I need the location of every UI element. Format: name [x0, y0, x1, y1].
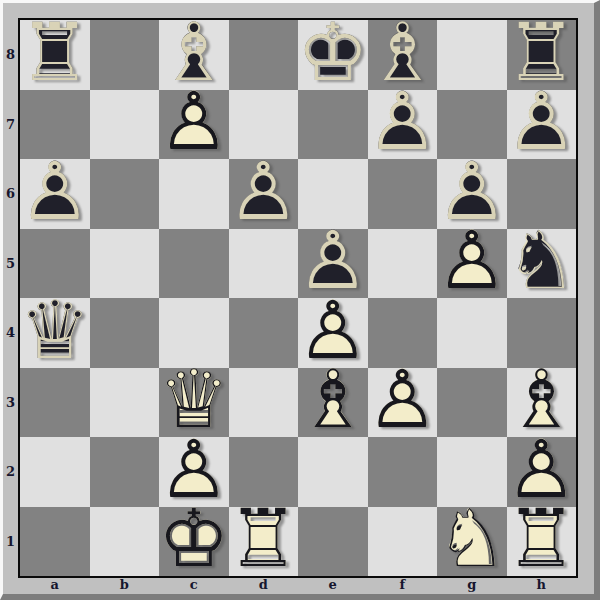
white-pawn-f3[interactable]: ♟♙ — [368, 368, 438, 438]
square-h1[interactable]: ♜♖ — [507, 507, 577, 577]
piece-outline-glyph: ♙ — [227, 151, 299, 231]
rank-labels: 87654321 — [3, 20, 18, 576]
square-c7[interactable]: ♟♙ — [159, 90, 229, 160]
square-b8[interactable] — [90, 20, 160, 90]
black-pawn-a6[interactable]: ♟♙ — [20, 159, 90, 229]
square-e7[interactable] — [298, 90, 368, 160]
black-knight-h5[interactable]: ♞♘ — [507, 229, 577, 299]
rank-label-4: 4 — [3, 298, 18, 368]
square-e8[interactable]: ♚♔ — [298, 20, 368, 90]
file-label-f: f — [368, 577, 438, 593]
square-d8[interactable] — [229, 20, 299, 90]
piece-outline-glyph: ♘ — [505, 221, 577, 301]
piece-outline-glyph: ♙ — [366, 360, 438, 440]
square-e3[interactable]: ♝♗ — [298, 368, 368, 438]
piece-outline-glyph: ♔ — [158, 499, 230, 579]
square-f3[interactable]: ♟♙ — [368, 368, 438, 438]
file-label-d: d — [229, 577, 299, 593]
square-e1[interactable] — [298, 507, 368, 577]
black-pawn-h7[interactable]: ♟♙ — [507, 90, 577, 160]
square-a2[interactable] — [20, 437, 90, 507]
square-d6[interactable]: ♟♙ — [229, 159, 299, 229]
piece-outline-glyph: ♙ — [366, 82, 438, 162]
piece-outline-glyph: ♙ — [19, 151, 91, 231]
square-g1[interactable]: ♞♘ — [437, 507, 507, 577]
white-bishop-e3[interactable]: ♝♗ — [298, 368, 368, 438]
square-d1[interactable]: ♜♖ — [229, 507, 299, 577]
square-b5[interactable] — [90, 229, 160, 299]
square-b3[interactable] — [90, 368, 160, 438]
chessboard-frame: 87654321 ♜♖♝♗♚♔♝♗♜♖♟♙♟♙♟♙♟♙♟♙♟♙♟♙♟♙♞♘♛♕♟… — [0, 0, 600, 600]
square-a1[interactable] — [20, 507, 90, 577]
square-b1[interactable] — [90, 507, 160, 577]
rank-label-8: 8 — [3, 20, 18, 90]
file-label-b: b — [90, 577, 160, 593]
white-pawn-g5[interactable]: ♟♙ — [437, 229, 507, 299]
piece-outline-glyph: ♗ — [297, 360, 369, 440]
square-d5[interactable] — [229, 229, 299, 299]
square-a8[interactable]: ♜♖ — [20, 20, 90, 90]
square-c1[interactable]: ♚♔ — [159, 507, 229, 577]
black-pawn-f7[interactable]: ♟♙ — [368, 90, 438, 160]
rank-label-3: 3 — [3, 368, 18, 438]
file-labels: abcdefgh — [20, 577, 576, 593]
piece-outline-glyph: ♖ — [19, 12, 91, 92]
piece-outline-glyph: ♙ — [436, 221, 508, 301]
square-g4[interactable] — [437, 298, 507, 368]
white-rook-d1[interactable]: ♜♖ — [229, 507, 299, 577]
piece-outline-glyph: ♕ — [19, 290, 91, 370]
piece-outline-glyph: ♔ — [297, 12, 369, 92]
square-d3[interactable] — [229, 368, 299, 438]
square-c6[interactable] — [159, 159, 229, 229]
piece-outline-glyph: ♖ — [505, 499, 577, 579]
black-rook-a8[interactable]: ♜♖ — [20, 20, 90, 90]
square-f7[interactable]: ♟♙ — [368, 90, 438, 160]
square-a6[interactable]: ♟♙ — [20, 159, 90, 229]
square-b4[interactable] — [90, 298, 160, 368]
square-b7[interactable] — [90, 90, 160, 160]
white-knight-g1[interactable]: ♞♘ — [437, 507, 507, 577]
rank-label-2: 2 — [3, 437, 18, 507]
file-label-c: c — [159, 577, 229, 593]
piece-outline-glyph: ♙ — [505, 82, 577, 162]
square-h5[interactable]: ♞♘ — [507, 229, 577, 299]
square-d4[interactable] — [229, 298, 299, 368]
square-h7[interactable]: ♟♙ — [507, 90, 577, 160]
white-king-c1[interactable]: ♚♔ — [159, 507, 229, 577]
square-a4[interactable]: ♛♕ — [20, 298, 90, 368]
black-queen-a4[interactable]: ♛♕ — [20, 298, 90, 368]
piece-outline-glyph: ♙ — [158, 82, 230, 162]
square-f1[interactable] — [368, 507, 438, 577]
square-a3[interactable] — [20, 368, 90, 438]
rank-label-1: 1 — [3, 507, 18, 577]
square-f6[interactable] — [368, 159, 438, 229]
piece-outline-glyph: ♘ — [436, 499, 508, 579]
square-g5[interactable]: ♟♙ — [437, 229, 507, 299]
rank-label-7: 7 — [3, 90, 18, 160]
piece-outline-glyph: ♖ — [227, 499, 299, 579]
square-f2[interactable] — [368, 437, 438, 507]
square-c5[interactable] — [159, 229, 229, 299]
file-label-e: e — [298, 577, 368, 593]
square-f5[interactable] — [368, 229, 438, 299]
file-label-g: g — [437, 577, 507, 593]
file-label-h: h — [507, 577, 577, 593]
file-label-a: a — [20, 577, 90, 593]
white-rook-h1[interactable]: ♜♖ — [507, 507, 577, 577]
square-b6[interactable] — [90, 159, 160, 229]
square-g3[interactable] — [437, 368, 507, 438]
square-b2[interactable] — [90, 437, 160, 507]
rank-label-5: 5 — [3, 229, 18, 299]
black-king-e8[interactable]: ♚♔ — [298, 20, 368, 90]
white-pawn-c7[interactable]: ♟♙ — [159, 90, 229, 160]
rank-label-6: 6 — [3, 159, 18, 229]
square-g8[interactable] — [437, 20, 507, 90]
square-e2[interactable] — [298, 437, 368, 507]
black-pawn-d6[interactable]: ♟♙ — [229, 159, 299, 229]
board: ♜♖♝♗♚♔♝♗♜♖♟♙♟♙♟♙♟♙♟♙♟♙♟♙♟♙♞♘♛♕♟♙♛♕♝♗♟♙♝♗… — [18, 18, 578, 578]
